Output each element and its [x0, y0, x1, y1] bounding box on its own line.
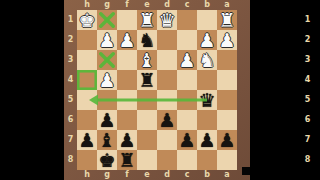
- square-a5[interactable]: [217, 90, 237, 110]
- white-pawn: ♟: [217, 30, 237, 50]
- square-h3[interactable]: [77, 50, 97, 70]
- square-h1[interactable]: ♚: [77, 10, 97, 30]
- square-h8[interactable]: [77, 150, 97, 170]
- square-h4[interactable]: [77, 70, 97, 90]
- file-label-b: b: [197, 0, 217, 10]
- square-b3[interactable]: ♞: [197, 50, 217, 70]
- square-h2[interactable]: [77, 30, 97, 50]
- black-pawn: ♟: [177, 130, 197, 150]
- rank-label-3: 3: [64, 50, 77, 70]
- square-h6[interactable]: [77, 110, 97, 130]
- square-e6[interactable]: [137, 110, 157, 130]
- square-g7[interactable]: ♝: [97, 130, 117, 150]
- square-b7[interactable]: ♟: [197, 130, 217, 150]
- file-label-e: e: [137, 170, 157, 180]
- chess-board: hgfedcba hgfedcba 12345678 12345678 ♚♜♛♜…: [64, 0, 250, 180]
- square-d1[interactable]: ♛: [157, 10, 177, 30]
- black-pawn: ♟: [117, 130, 137, 150]
- square-b1[interactable]: [197, 10, 217, 30]
- black-rook: ♜: [137, 70, 157, 90]
- rank-label-4: 4: [301, 70, 314, 90]
- square-d8[interactable]: [157, 150, 177, 170]
- file-label-f: f: [117, 170, 137, 180]
- white-pawn: ♟: [117, 30, 137, 50]
- square-d7[interactable]: [157, 130, 177, 150]
- square-g3[interactable]: [97, 50, 117, 70]
- square-a1[interactable]: ♜: [217, 10, 237, 30]
- square-e7[interactable]: [137, 130, 157, 150]
- square-a7[interactable]: ♟: [217, 130, 237, 150]
- square-d5[interactable]: [157, 90, 177, 110]
- rank-label-6: 6: [64, 110, 77, 130]
- white-queen: ♛: [157, 10, 177, 30]
- file-labels-bottom: hgfedcba: [77, 170, 237, 180]
- file-label-g: g: [97, 170, 117, 180]
- black-king: ♚: [97, 150, 117, 170]
- square-a6[interactable]: [217, 110, 237, 130]
- square-g6[interactable]: ♟: [97, 110, 117, 130]
- rank-label-1: 1: [301, 10, 314, 30]
- square-d4[interactable]: [157, 70, 177, 90]
- rank-label-5: 5: [301, 90, 314, 110]
- white-pawn: ♟: [177, 50, 197, 70]
- file-label-f: f: [117, 0, 137, 10]
- square-c1[interactable]: [177, 10, 197, 30]
- rank-label-2: 2: [301, 30, 314, 50]
- white-rook: ♜: [137, 10, 157, 30]
- square-f2[interactable]: ♟: [117, 30, 137, 50]
- rank-labels-right: 12345678: [301, 10, 314, 170]
- square-f1[interactable]: [117, 10, 137, 30]
- square-e4[interactable]: ♜: [137, 70, 157, 90]
- video-frame: hgfedcba hgfedcba 12345678 12345678 ♚♜♛♜…: [0, 0, 320, 180]
- black-pawn: ♟: [77, 130, 97, 150]
- white-pawn: ♟: [97, 30, 117, 50]
- square-d6[interactable]: ♟: [157, 110, 177, 130]
- rank-label-5: 5: [64, 90, 77, 110]
- white-king: ♚: [77, 10, 97, 30]
- file-label-b: b: [197, 170, 217, 180]
- file-label-a: a: [217, 170, 237, 180]
- black-pawn: ♟: [97, 110, 117, 130]
- square-b4[interactable]: [197, 70, 217, 90]
- square-e3[interactable]: ♝: [137, 50, 157, 70]
- square-c2[interactable]: [177, 30, 197, 50]
- square-b5[interactable]: ♛: [197, 90, 217, 110]
- file-label-c: c: [177, 0, 197, 10]
- file-labels-top: hgfedcba: [77, 0, 237, 10]
- square-c8[interactable]: [177, 150, 197, 170]
- square-e2[interactable]: ♞: [137, 30, 157, 50]
- rank-label-8: 8: [301, 150, 314, 170]
- square-g1[interactable]: [97, 10, 117, 30]
- square-f4[interactable]: [117, 70, 137, 90]
- rank-label-7: 7: [301, 130, 314, 150]
- square-c3[interactable]: ♟: [177, 50, 197, 70]
- black-rook: ♜: [117, 150, 137, 170]
- square-e8[interactable]: [137, 150, 157, 170]
- rank-label-8: 8: [64, 150, 77, 170]
- square-e5[interactable]: [137, 90, 157, 110]
- square-h5[interactable]: [77, 90, 97, 110]
- file-label-h: h: [77, 170, 97, 180]
- square-f6[interactable]: [117, 110, 137, 130]
- square-h7[interactable]: ♟: [77, 130, 97, 150]
- black-pawn: ♟: [197, 130, 217, 150]
- rank-label-6: 6: [301, 110, 314, 130]
- black-knight: ♞: [137, 30, 157, 50]
- square-a2[interactable]: ♟: [217, 30, 237, 50]
- white-bishop: ♝: [137, 50, 157, 70]
- square-c6[interactable]: [177, 110, 197, 130]
- square-b6[interactable]: [197, 110, 217, 130]
- file-label-g: g: [97, 0, 117, 10]
- rank-labels-left: 12345678: [64, 10, 77, 170]
- square-f5[interactable]: [117, 90, 137, 110]
- square-d2[interactable]: [157, 30, 177, 50]
- square-g5[interactable]: [97, 90, 117, 110]
- board-squares: ♚♜♛♜♟♟♞♟♟♝♟♞♟♜♛♟♟♟♝♟♟♟♟♚♜: [77, 10, 237, 170]
- square-f8[interactable]: ♜: [117, 150, 137, 170]
- rank-label-2: 2: [64, 30, 77, 50]
- black-queen: ♛: [197, 90, 217, 110]
- square-f3[interactable]: [117, 50, 137, 70]
- square-f7[interactable]: ♟: [117, 130, 137, 150]
- square-b2[interactable]: ♟: [197, 30, 217, 50]
- white-pawn: ♟: [97, 70, 117, 90]
- square-b8[interactable]: [197, 150, 217, 170]
- rank-label-3: 3: [301, 50, 314, 70]
- rank-label-4: 4: [64, 70, 77, 90]
- square-a3[interactable]: [217, 50, 237, 70]
- square-a8[interactable]: [217, 150, 237, 170]
- square-a4[interactable]: [217, 70, 237, 90]
- square-d3[interactable]: [157, 50, 177, 70]
- square-e1[interactable]: ♜: [137, 10, 157, 30]
- black-pawn: ♟: [157, 110, 177, 130]
- white-rook: ♜: [217, 10, 237, 30]
- square-g2[interactable]: ♟: [97, 30, 117, 50]
- square-c7[interactable]: ♟: [177, 130, 197, 150]
- black-pawn: ♟: [217, 130, 237, 150]
- square-g8[interactable]: ♚: [97, 150, 117, 170]
- square-c5[interactable]: [177, 90, 197, 110]
- rank-label-1: 1: [64, 10, 77, 30]
- white-pawn: ♟: [197, 30, 217, 50]
- rank-label-7: 7: [64, 130, 77, 150]
- file-label-d: d: [157, 170, 177, 180]
- black-to-move-indicator: [242, 167, 250, 175]
- file-label-c: c: [177, 170, 197, 180]
- black-bishop: ♝: [97, 130, 117, 150]
- square-c4[interactable]: [177, 70, 197, 90]
- white-knight: ♞: [197, 50, 217, 70]
- square-g4[interactable]: ♟: [97, 70, 117, 90]
